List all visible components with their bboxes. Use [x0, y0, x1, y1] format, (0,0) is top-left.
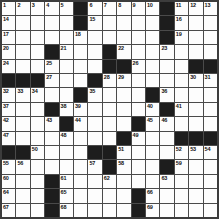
grid-cell[interactable] — [204, 31, 217, 44]
block-cell — [88, 74, 101, 87]
grid-cell[interactable]: 14 — [2, 16, 15, 29]
grid-cell[interactable]: 49 — [132, 132, 145, 145]
grid-cell[interactable] — [160, 204, 173, 217]
block-cell — [103, 160, 116, 173]
block-cell — [45, 45, 58, 58]
clue-number: 5 — [61, 2, 64, 8]
grid-cell[interactable] — [16, 175, 29, 188]
clue-number: 22 — [118, 45, 124, 51]
grid-cell[interactable] — [160, 60, 173, 73]
grid-cell[interactable] — [132, 160, 145, 173]
clue-number: 64 — [3, 189, 9, 195]
grid-cell[interactable]: 51 — [117, 146, 130, 159]
grid-cell[interactable]: 56 — [16, 160, 29, 173]
clue-number: 38 — [61, 103, 67, 109]
grid-cell[interactable] — [103, 204, 116, 217]
clue-number: 32 — [3, 88, 9, 94]
clue-number: 30 — [190, 74, 196, 80]
grid-cell[interactable] — [31, 160, 44, 173]
grid-cell[interactable] — [189, 103, 202, 116]
clue-number: 12 — [190, 2, 196, 8]
grid-cell[interactable]: 44 — [74, 117, 87, 130]
grid-cell[interactable] — [103, 117, 116, 130]
block-cell — [160, 2, 173, 15]
block-cell — [132, 204, 145, 217]
block-cell — [2, 146, 15, 159]
clue-number: 11 — [176, 2, 181, 8]
grid-cell[interactable] — [31, 103, 44, 116]
grid-cell[interactable] — [175, 60, 188, 73]
grid-cell[interactable] — [189, 189, 202, 202]
clue-number: 65 — [61, 189, 67, 195]
grid-cell[interactable] — [132, 103, 145, 116]
block-cell — [45, 204, 58, 217]
grid-cell[interactable]: 18 — [74, 31, 87, 44]
crossword-grid: 1234567891011121314151617181920212223242… — [0, 0, 219, 219]
grid-cell[interactable]: 16 — [175, 16, 188, 29]
grid-cell[interactable] — [60, 16, 73, 29]
grid-cell[interactable] — [16, 132, 29, 145]
block-cell — [117, 132, 130, 145]
grid-cell[interactable] — [189, 88, 202, 101]
grid-cell[interactable] — [31, 204, 44, 217]
clue-number: 3 — [32, 2, 35, 8]
grid-cell[interactable] — [31, 132, 44, 145]
grid-cell[interactable] — [160, 132, 173, 145]
clue-number: 31 — [205, 74, 211, 80]
clue-number: 15 — [89, 16, 95, 22]
block-cell — [117, 60, 130, 73]
grid-cell[interactable] — [132, 45, 145, 58]
grid-cell[interactable] — [160, 146, 173, 159]
grid-cell[interactable] — [204, 189, 217, 202]
clue-number: 57 — [89, 160, 95, 166]
grid-cell[interactable] — [45, 146, 58, 159]
grid-cell[interactable] — [16, 204, 29, 217]
clue-number: 48 — [61, 132, 67, 138]
block-cell — [132, 117, 145, 130]
clue-number: 62 — [104, 175, 110, 181]
grid-cell[interactable]: 46 — [160, 117, 173, 130]
grid-cell[interactable]: 11 — [175, 2, 188, 15]
grid-cell[interactable] — [88, 60, 101, 73]
block-cell — [160, 16, 173, 29]
grid-cell[interactable] — [103, 132, 116, 145]
block-cell — [204, 60, 217, 73]
clue-number: 61 — [61, 175, 67, 181]
grid-cell[interactable] — [175, 88, 188, 101]
grid-cell[interactable] — [175, 175, 188, 188]
clue-number: 4 — [46, 2, 49, 8]
clue-number: 27 — [46, 74, 52, 80]
grid-cell[interactable]: 31 — [204, 74, 217, 87]
clue-number: 7 — [104, 2, 107, 8]
clue-number: 1 — [3, 2, 6, 8]
grid-cell[interactable] — [204, 88, 217, 101]
block-cell — [74, 2, 87, 15]
grid-cell[interactable] — [60, 31, 73, 44]
block-cell — [160, 31, 173, 44]
grid-cell[interactable] — [132, 146, 145, 159]
grid-cell[interactable]: 23 — [160, 45, 173, 58]
grid-cell[interactable] — [74, 60, 87, 73]
block-cell — [74, 88, 87, 101]
grid-cell[interactable]: 39 — [74, 103, 87, 116]
clue-number: 66 — [147, 189, 153, 195]
grid-cell[interactable] — [88, 204, 101, 217]
grid-cell[interactable]: 58 — [117, 160, 130, 173]
grid-cell[interactable] — [74, 175, 87, 188]
grid-cell[interactable]: 38 — [60, 103, 73, 116]
grid-cell[interactable] — [117, 204, 130, 217]
clue-number: 44 — [75, 117, 81, 123]
grid-cell[interactable] — [160, 189, 173, 202]
grid-cell[interactable] — [74, 204, 87, 217]
clue-number: 63 — [161, 175, 167, 181]
grid-cell[interactable] — [74, 189, 87, 202]
grid-cell[interactable] — [146, 31, 159, 44]
clue-number: 52 — [176, 146, 182, 152]
grid-cell[interactable]: 42 — [2, 117, 15, 130]
clue-number: 34 — [32, 88, 38, 94]
grid-cell[interactable] — [74, 74, 87, 87]
clue-number: 69 — [147, 204, 153, 210]
grid-cell[interactable] — [31, 45, 44, 58]
grid-cell[interactable]: 30 — [189, 74, 202, 87]
grid-cell[interactable] — [16, 45, 29, 58]
grid-cell[interactable] — [175, 189, 188, 202]
grid-cell[interactable] — [74, 146, 87, 159]
clue-number: 37 — [3, 103, 9, 109]
clue-number: 50 — [32, 146, 38, 152]
grid-cell[interactable] — [88, 31, 101, 44]
grid-cell[interactable] — [117, 175, 130, 188]
grid-cell[interactable]: 6 — [88, 2, 101, 15]
clue-number: 33 — [17, 88, 23, 94]
clue-number: 36 — [161, 88, 167, 94]
block-cell — [160, 103, 173, 116]
grid-cell[interactable]: 27 — [45, 74, 58, 87]
block-cell — [103, 45, 116, 58]
clue-number: 25 — [46, 60, 52, 66]
clue-number: 58 — [118, 160, 124, 166]
grid-cell[interactable]: 60 — [2, 175, 15, 188]
grid-cell[interactable]: 50 — [31, 146, 44, 159]
grid-cell[interactable] — [117, 189, 130, 202]
clue-number: 26 — [133, 60, 139, 66]
clue-number: 21 — [61, 45, 67, 51]
clue-number: 35 — [89, 88, 95, 94]
grid-cell[interactable] — [16, 16, 29, 29]
clue-number: 18 — [75, 31, 81, 37]
grid-cell[interactable] — [103, 189, 116, 202]
grid-cell[interactable]: 10 — [146, 2, 159, 15]
grid-cell[interactable] — [60, 160, 73, 173]
grid-cell[interactable] — [16, 103, 29, 116]
grid-cell[interactable] — [31, 16, 44, 29]
grid-cell[interactable] — [189, 204, 202, 217]
grid-cell[interactable] — [189, 45, 202, 58]
grid-cell[interactable] — [88, 189, 101, 202]
block-cell — [146, 88, 159, 101]
grid-cell[interactable] — [175, 204, 188, 217]
clue-number: 60 — [3, 175, 9, 181]
grid-cell[interactable]: 13 — [204, 2, 217, 15]
clue-number: 19 — [176, 31, 182, 37]
grid-cell[interactable] — [74, 132, 87, 145]
clue-number: 39 — [75, 103, 81, 109]
clue-number: 16 — [176, 16, 182, 22]
clue-number: 6 — [89, 2, 92, 8]
grid-cell[interactable]: 41 — [175, 103, 188, 116]
clue-number: 46 — [161, 117, 167, 123]
clue-number: 10 — [147, 2, 153, 8]
grid-cell[interactable]: 68 — [60, 204, 73, 217]
grid-cell[interactable]: 9 — [132, 2, 145, 15]
grid-cell[interactable]: 20 — [2, 45, 15, 58]
grid-cell[interactable] — [146, 132, 159, 145]
grid-cell[interactable]: 34 — [31, 88, 44, 101]
block-cell — [45, 175, 58, 188]
grid-cell[interactable]: 24 — [2, 60, 15, 73]
grid-cell[interactable]: 43 — [45, 117, 58, 130]
grid-cell[interactable]: 1 — [2, 2, 15, 15]
grid-cell[interactable] — [146, 160, 159, 173]
grid-cell[interactable] — [189, 16, 202, 29]
grid-cell[interactable] — [45, 160, 58, 173]
grid-cell[interactable]: 63 — [160, 175, 173, 188]
grid-cell[interactable]: 21 — [60, 45, 73, 58]
block-cell — [16, 146, 29, 159]
clue-number: 45 — [147, 117, 153, 123]
grid-cell[interactable]: 48 — [60, 132, 73, 145]
grid-cell[interactable] — [117, 117, 130, 130]
clue-number: 8 — [118, 2, 121, 8]
clue-number: 47 — [3, 132, 9, 138]
grid-cell[interactable] — [204, 45, 217, 58]
clue-number: 41 — [176, 103, 182, 109]
clue-number: 13 — [205, 2, 211, 8]
grid-cell[interactable]: 8 — [117, 2, 130, 15]
grid-cell[interactable] — [103, 16, 116, 29]
grid-cell[interactable] — [60, 74, 73, 87]
grid-cell[interactable]: 2 — [16, 2, 29, 15]
grid-cell[interactable]: 26 — [132, 60, 145, 73]
grid-cell[interactable] — [88, 132, 101, 145]
grid-cell[interactable] — [146, 60, 159, 73]
grid-cell[interactable] — [88, 175, 101, 188]
grid-cell[interactable] — [45, 16, 58, 29]
grid-cell[interactable] — [31, 175, 44, 188]
grid-cell[interactable] — [45, 31, 58, 44]
grid-cell[interactable] — [45, 132, 58, 145]
grid-cell[interactable] — [16, 117, 29, 130]
grid-cell[interactable] — [60, 88, 73, 101]
grid-cell[interactable] — [204, 16, 217, 29]
grid-cell[interactable]: 62 — [103, 175, 116, 188]
grid-cell[interactable]: 25 — [45, 60, 58, 73]
grid-cell[interactable] — [103, 103, 116, 116]
grid-cell[interactable] — [146, 45, 159, 58]
grid-cell[interactable]: 57 — [88, 160, 101, 173]
clue-number: 28 — [104, 74, 110, 80]
grid-cell[interactable]: 52 — [175, 146, 188, 159]
grid-cell[interactable]: 36 — [160, 88, 173, 101]
clue-number: 53 — [190, 146, 196, 152]
block-cell — [31, 74, 44, 87]
grid-cell[interactable]: 55 — [2, 160, 15, 173]
grid-cell[interactable] — [160, 74, 173, 87]
clue-number: 54 — [205, 146, 211, 152]
grid-cell[interactable]: 64 — [2, 189, 15, 202]
grid-cell[interactable] — [189, 31, 202, 44]
grid-cell[interactable] — [117, 88, 130, 101]
grid-cell[interactable]: 33 — [16, 88, 29, 101]
clue-number: 43 — [46, 117, 52, 123]
grid-cell[interactable]: 3 — [31, 2, 44, 15]
grid-cell[interactable] — [88, 103, 101, 116]
grid-cell[interactable]: 66 — [146, 189, 159, 202]
grid-cell[interactable] — [60, 60, 73, 73]
grid-cell[interactable] — [31, 189, 44, 202]
grid-cell[interactable] — [204, 103, 217, 116]
grid-cell[interactable]: 15 — [88, 16, 101, 29]
grid-cell[interactable]: 12 — [189, 2, 202, 15]
grid-cell[interactable]: 53 — [189, 146, 202, 159]
clue-number: 68 — [61, 204, 67, 210]
block-cell — [189, 60, 202, 73]
grid-cell[interactable]: 19 — [175, 31, 188, 44]
grid-cell[interactable] — [16, 31, 29, 44]
clue-number: 20 — [3, 45, 9, 51]
grid-cell[interactable] — [146, 74, 159, 87]
grid-cell[interactable] — [189, 117, 202, 130]
block-cell — [103, 146, 116, 159]
grid-cell[interactable]: 59 — [175, 160, 188, 173]
grid-cell[interactable] — [16, 189, 29, 202]
grid-cell[interactable] — [204, 160, 217, 173]
clue-number: 56 — [17, 160, 23, 166]
clue-number: 2 — [17, 2, 20, 8]
block-cell — [132, 189, 145, 202]
grid-cell[interactable] — [204, 204, 217, 217]
grid-cell[interactable] — [31, 60, 44, 73]
grid-cell[interactable]: 35 — [88, 88, 101, 101]
clue-number: 23 — [161, 45, 167, 51]
block-cell — [189, 132, 202, 145]
grid-cell[interactable] — [189, 160, 202, 173]
grid-cell[interactable]: 22 — [117, 45, 130, 58]
grid-cell[interactable]: 28 — [103, 74, 116, 87]
grid-cell[interactable] — [204, 175, 217, 188]
block-cell — [45, 189, 58, 202]
grid-cell[interactable] — [132, 74, 145, 87]
grid-cell[interactable] — [31, 117, 44, 130]
block-cell — [175, 132, 188, 145]
clue-number: 42 — [3, 117, 9, 123]
clue-number: 40 — [147, 103, 153, 109]
grid-cell[interactable]: 65 — [60, 189, 73, 202]
grid-cell[interactable] — [103, 88, 116, 101]
grid-cell[interactable] — [103, 31, 116, 44]
grid-cell[interactable]: 47 — [2, 132, 15, 145]
block-cell — [160, 160, 173, 173]
clue-number: 51 — [118, 146, 124, 152]
grid-cell[interactable]: 61 — [60, 175, 73, 188]
block-cell — [74, 16, 87, 29]
grid-cell[interactable] — [45, 88, 58, 101]
grid-cell[interactable]: 5 — [60, 2, 73, 15]
block-cell — [103, 60, 116, 73]
clue-number: 24 — [3, 60, 9, 66]
block-cell — [88, 146, 101, 159]
grid-cell[interactable] — [204, 117, 217, 130]
grid-cell[interactable]: 29 — [117, 74, 130, 87]
clue-number: 9 — [133, 2, 136, 8]
grid-cell[interactable] — [16, 60, 29, 73]
grid-cell[interactable]: 67 — [2, 204, 15, 217]
grid-cell[interactable]: 4 — [45, 2, 58, 15]
grid-cell[interactable]: 37 — [2, 103, 15, 116]
grid-cell[interactable] — [146, 16, 159, 29]
grid-cell[interactable] — [146, 146, 159, 159]
block-cell — [2, 74, 15, 87]
grid-cell[interactable]: 17 — [2, 31, 15, 44]
grid-cell[interactable] — [132, 16, 145, 29]
grid-cell[interactable] — [88, 45, 101, 58]
block-cell — [60, 117, 73, 130]
grid-cell[interactable] — [117, 16, 130, 29]
grid-cell[interactable] — [189, 175, 202, 188]
grid-cell[interactable] — [88, 117, 101, 130]
clue-number: 55 — [3, 160, 9, 166]
grid-cell[interactable] — [175, 45, 188, 58]
grid-cell[interactable] — [117, 103, 130, 116]
grid-cell[interactable] — [117, 31, 130, 44]
grid-cell[interactable] — [146, 175, 159, 188]
grid-cell[interactable] — [175, 117, 188, 130]
grid-cell[interactable] — [175, 74, 188, 87]
grid-cell[interactable] — [132, 88, 145, 101]
clue-number: 59 — [176, 160, 182, 166]
grid-cell[interactable] — [60, 146, 73, 159]
grid-cell[interactable] — [31, 31, 44, 44]
grid-cell[interactable] — [132, 31, 145, 44]
grid-cell[interactable] — [132, 175, 145, 188]
clue-number: 67 — [3, 204, 9, 210]
block-cell — [204, 132, 217, 145]
grid-cell[interactable] — [74, 45, 87, 58]
grid-cell[interactable]: 32 — [2, 88, 15, 101]
grid-cell[interactable]: 40 — [146, 103, 159, 116]
grid-cell[interactable] — [74, 160, 87, 173]
clue-number: 49 — [133, 132, 139, 138]
clue-number: 17 — [3, 31, 9, 37]
clue-number: 14 — [3, 16, 9, 22]
grid-cell[interactable]: 45 — [146, 117, 159, 130]
clue-number: 29 — [118, 74, 124, 80]
grid-cell[interactable]: 69 — [146, 204, 159, 217]
block-cell — [16, 74, 29, 87]
grid-cell[interactable]: 7 — [103, 2, 116, 15]
block-cell — [45, 103, 58, 116]
grid-cell[interactable]: 54 — [204, 146, 217, 159]
